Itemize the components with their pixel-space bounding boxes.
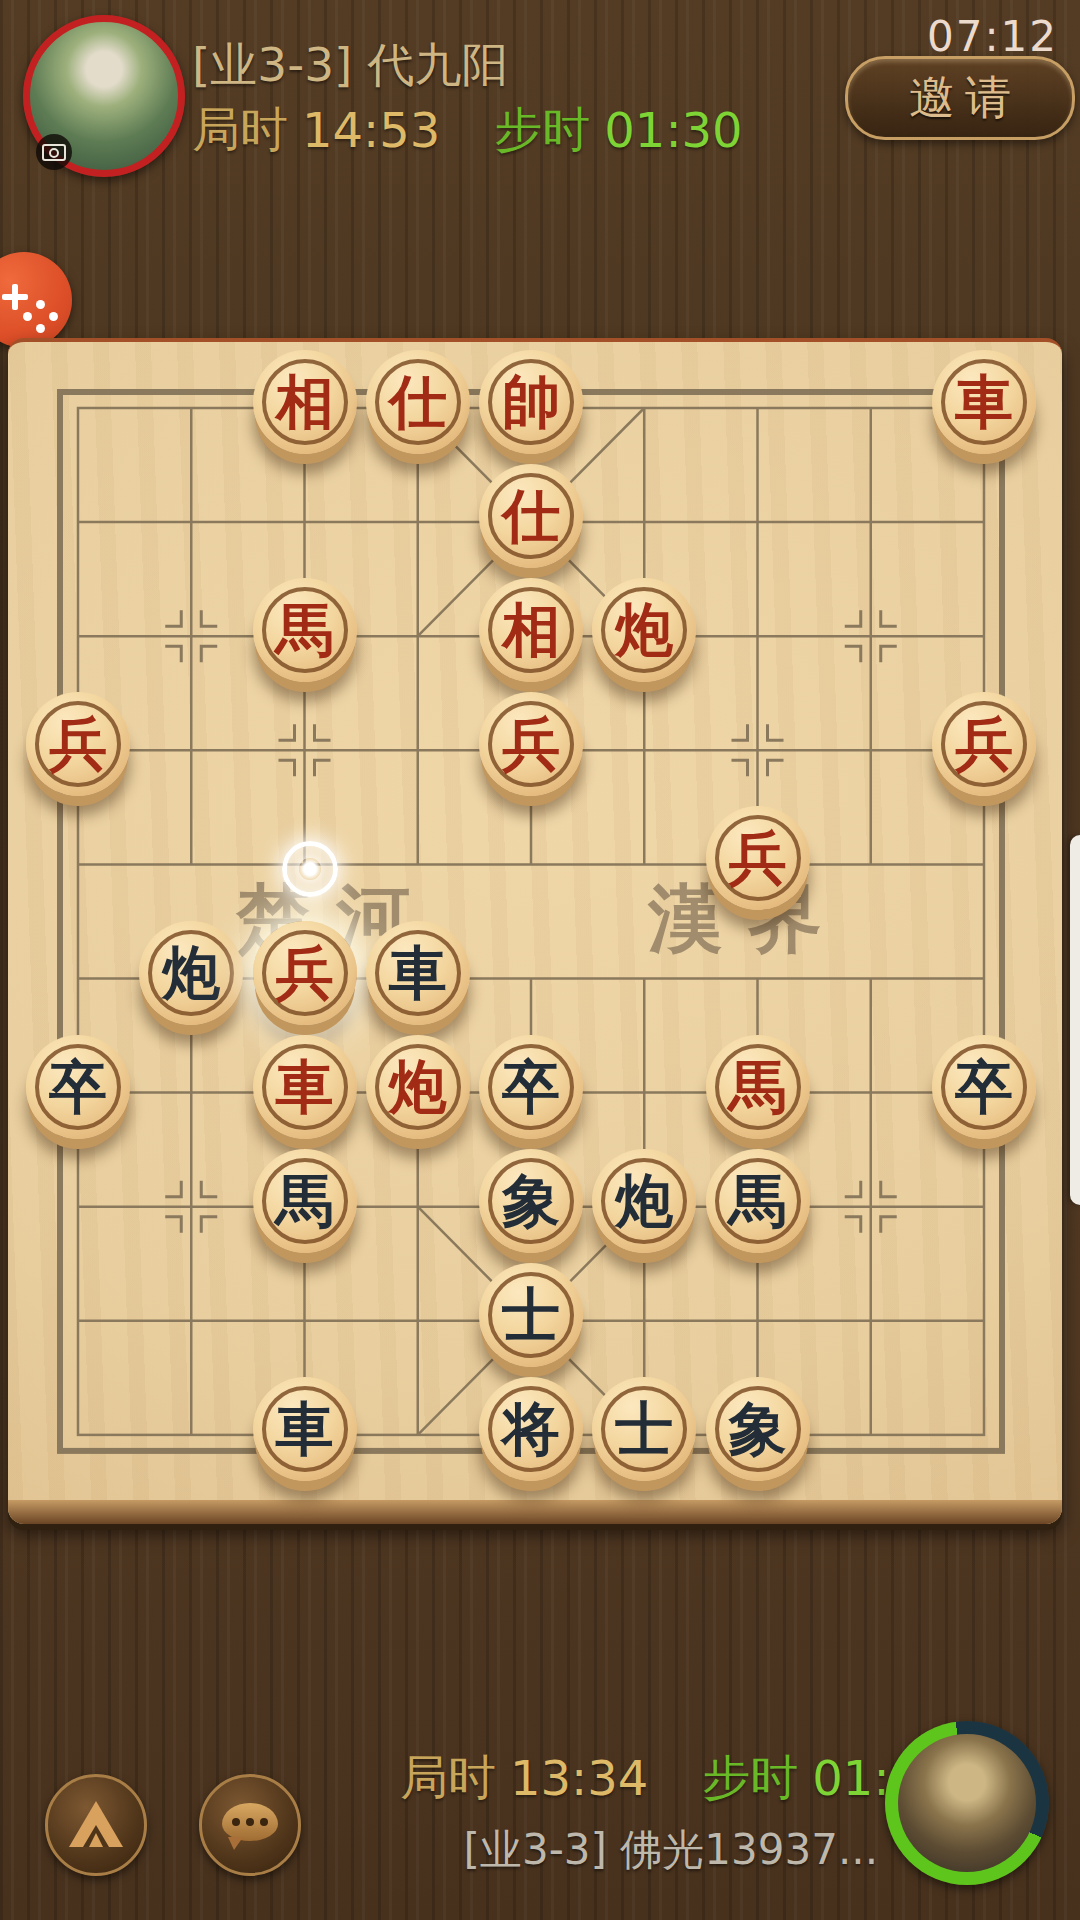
piece-red-仕[interactable]: 仕 (479, 464, 583, 568)
bottom-player-name: [业3-3] 佛光13937... (464, 1822, 878, 1878)
last-move-from-marker (282, 841, 338, 897)
piece-black-車[interactable]: 車 (253, 1377, 357, 1481)
bottom-step-time-label: 步时 (702, 1746, 798, 1810)
piece-red-兵[interactable]: 兵 (26, 692, 130, 796)
piece-red-兵[interactable]: 兵 (479, 692, 583, 796)
piece-black-炮[interactable]: 炮 (139, 921, 243, 1025)
piece-red-相[interactable]: 相 (479, 578, 583, 682)
piece-red-馬[interactable]: 馬 (253, 578, 357, 682)
piece-black-象[interactable]: 象 (706, 1377, 810, 1481)
bottom-game-time-label: 局时 (400, 1746, 496, 1810)
piece-black-象[interactable]: 象 (479, 1149, 583, 1253)
menu-button[interactable] (45, 1774, 147, 1876)
piece-red-相[interactable]: 相 (253, 350, 357, 454)
piece-black-炮[interactable]: 炮 (592, 1149, 696, 1253)
piece-red-馬[interactable]: 馬 (706, 1035, 810, 1139)
bottom-avatar-photo (898, 1734, 1036, 1872)
piece-black-士[interactable]: 士 (479, 1263, 583, 1367)
piece-red-炮[interactable]: 炮 (592, 578, 696, 682)
piece-red-炮[interactable]: 炮 (366, 1035, 470, 1139)
piece-black-馬[interactable]: 馬 (253, 1149, 357, 1253)
bottom-player-avatar[interactable] (885, 1721, 1049, 1885)
piece-black-卒[interactable]: 卒 (26, 1035, 130, 1139)
piece-red-仕[interactable]: 仕 (366, 350, 470, 454)
side-drawer-handle[interactable] (1070, 835, 1080, 1205)
piece-black-車[interactable]: 車 (366, 921, 470, 1025)
piece-red-兵[interactable]: 兵 (932, 692, 1036, 796)
piece-black-卒[interactable]: 卒 (932, 1035, 1036, 1139)
bottom-game-time-value: 13:34 (510, 1750, 648, 1806)
chat-bubble-icon (222, 1803, 278, 1841)
piece-red-兵[interactable]: 兵 (253, 921, 357, 1025)
piece-red-帥[interactable]: 帥 (479, 350, 583, 454)
bottom-player-timers: 局时 13:34 步时 01:04 (400, 1746, 951, 1810)
piece-red-兵[interactable]: 兵 (706, 806, 810, 910)
pieces-layer: 相仕帥車仕馬相炮兵兵兵兵炮兵車卒車炮卒馬卒馬象炮馬士車将士象 (0, 0, 1080, 1920)
game-screen: 07:12 [业3-3] 代九阳 局时 14:53 步时 01:30 邀请 楚河… (0, 0, 1080, 1920)
piece-black-士[interactable]: 士 (592, 1377, 696, 1481)
piece-red-車[interactable]: 車 (253, 1035, 357, 1139)
chat-button[interactable] (199, 1774, 301, 1876)
piece-red-車[interactable]: 車 (932, 350, 1036, 454)
piece-black-卒[interactable]: 卒 (479, 1035, 583, 1139)
piece-black-将[interactable]: 将 (479, 1377, 583, 1481)
piece-black-馬[interactable]: 馬 (706, 1149, 810, 1253)
